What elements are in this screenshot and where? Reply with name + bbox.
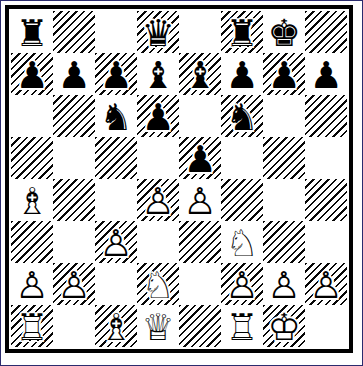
chess-diagram: ♜♜♛♛♜♜♚♚♟♟♟♟♟♟♝♝♝♝♟♟♟♟♟♟♞♞♟♟♞♞♟♟♝♗♟♙♟♙♟♙… <box>0 0 363 366</box>
square-c2[interactable] <box>95 263 137 305</box>
square-e8[interactable] <box>179 11 221 53</box>
square-g6[interactable] <box>263 95 305 137</box>
black-pawn-glyph: ♟ <box>305 53 347 95</box>
black-pawn: ♟♟ <box>53 53 95 95</box>
black-pawn: ♟♟ <box>263 53 305 95</box>
black-pawn-glyph: ♟ <box>11 53 53 95</box>
black-pawn-glyph: ♟ <box>221 53 263 95</box>
square-b8[interactable] <box>53 11 95 53</box>
white-pawn-glyph: ♙ <box>305 263 347 305</box>
square-a3[interactable] <box>11 221 53 263</box>
white-queen: ♛♕ <box>137 305 179 347</box>
square-e1[interactable] <box>179 305 221 347</box>
white-bishop-glyph: ♗ <box>95 305 137 347</box>
square-d5[interactable] <box>137 137 179 179</box>
black-pawn: ♟♟ <box>221 53 263 95</box>
black-knight: ♞♞ <box>221 95 263 137</box>
square-a4[interactable]: ♝♗ <box>11 179 53 221</box>
square-a8[interactable]: ♜♜ <box>11 11 53 53</box>
black-bishop-glyph: ♝ <box>179 53 221 95</box>
white-pawn: ♟♙ <box>137 179 179 221</box>
square-b5[interactable] <box>53 137 95 179</box>
white-pawn: ♟♙ <box>221 263 263 305</box>
black-knight-glyph: ♞ <box>221 95 263 137</box>
square-c8[interactable] <box>95 11 137 53</box>
square-g7[interactable]: ♟♟ <box>263 53 305 95</box>
square-f5[interactable] <box>221 137 263 179</box>
white-queen-glyph: ♕ <box>137 305 179 347</box>
square-f4[interactable] <box>221 179 263 221</box>
white-pawn-glyph: ♙ <box>137 179 179 221</box>
square-d4[interactable]: ♟♙ <box>137 179 179 221</box>
white-king-glyph: ♔ <box>263 305 305 347</box>
white-pawn-glyph: ♙ <box>11 263 53 305</box>
black-rook: ♜♜ <box>221 11 263 53</box>
square-f3[interactable]: ♞♘ <box>221 221 263 263</box>
square-c3[interactable]: ♟♙ <box>95 221 137 263</box>
square-b4[interactable] <box>53 179 95 221</box>
white-bishop-glyph: ♗ <box>11 179 53 221</box>
square-g1[interactable]: ♚♔ <box>263 305 305 347</box>
square-e7[interactable]: ♝♝ <box>179 53 221 95</box>
white-pawn-glyph: ♙ <box>179 179 221 221</box>
black-pawn-glyph: ♟ <box>179 137 221 179</box>
white-pawn-glyph: ♙ <box>95 221 137 263</box>
white-pawn: ♟♙ <box>95 221 137 263</box>
square-b3[interactable] <box>53 221 95 263</box>
square-h6[interactable] <box>305 95 347 137</box>
board-frame: ♜♜♛♛♜♜♚♚♟♟♟♟♟♟♝♝♝♝♟♟♟♟♟♟♞♞♟♟♞♞♟♟♝♗♟♙♟♙♟♙… <box>5 5 353 353</box>
white-knight: ♞♘ <box>137 263 179 305</box>
white-bishop: ♝♗ <box>11 179 53 221</box>
white-rook-glyph: ♖ <box>221 305 263 347</box>
black-pawn: ♟♟ <box>179 137 221 179</box>
square-e4[interactable]: ♟♙ <box>179 179 221 221</box>
square-c1[interactable]: ♝♗ <box>95 305 137 347</box>
square-e5[interactable]: ♟♟ <box>179 137 221 179</box>
square-d8[interactable]: ♛♛ <box>137 11 179 53</box>
square-h1[interactable] <box>305 305 347 347</box>
square-f2[interactable]: ♟♙ <box>221 263 263 305</box>
square-d2[interactable]: ♞♘ <box>137 263 179 305</box>
square-d6[interactable]: ♟♟ <box>137 95 179 137</box>
square-h5[interactable] <box>305 137 347 179</box>
black-knight: ♞♞ <box>95 95 137 137</box>
square-d3[interactable] <box>137 221 179 263</box>
black-king: ♚♚ <box>263 11 305 53</box>
white-bishop: ♝♗ <box>95 305 137 347</box>
white-pawn-glyph: ♙ <box>263 263 305 305</box>
square-d7[interactable]: ♝♝ <box>137 53 179 95</box>
square-h4[interactable] <box>305 179 347 221</box>
black-bishop-glyph: ♝ <box>137 53 179 95</box>
square-a2[interactable]: ♟♙ <box>11 263 53 305</box>
square-c5[interactable] <box>95 137 137 179</box>
square-g3[interactable] <box>263 221 305 263</box>
black-queen-glyph: ♛ <box>137 11 179 53</box>
white-rook: ♜♖ <box>221 305 263 347</box>
white-knight-glyph: ♘ <box>221 221 263 263</box>
square-g5[interactable] <box>263 137 305 179</box>
black-pawn-glyph: ♟ <box>137 95 179 137</box>
square-a7[interactable]: ♟♟ <box>11 53 53 95</box>
white-knight: ♞♘ <box>221 221 263 263</box>
black-rook-glyph: ♜ <box>221 11 263 53</box>
chess-board: ♜♜♛♛♜♜♚♚♟♟♟♟♟♟♝♝♝♝♟♟♟♟♟♟♞♞♟♟♞♞♟♟♝♗♟♙♟♙♟♙… <box>11 11 347 347</box>
black-rook-glyph: ♜ <box>11 11 53 53</box>
white-pawn: ♟♙ <box>53 263 95 305</box>
white-pawn: ♟♙ <box>263 263 305 305</box>
black-bishop: ♝♝ <box>137 53 179 95</box>
white-rook: ♜♖ <box>11 305 53 347</box>
black-pawn: ♟♟ <box>95 53 137 95</box>
square-g8[interactable]: ♚♚ <box>263 11 305 53</box>
black-pawn: ♟♟ <box>11 53 53 95</box>
square-e6[interactable] <box>179 95 221 137</box>
square-h2[interactable]: ♟♙ <box>305 263 347 305</box>
white-pawn-glyph: ♙ <box>53 263 95 305</box>
white-pawn: ♟♙ <box>179 179 221 221</box>
square-a5[interactable] <box>11 137 53 179</box>
black-pawn: ♟♟ <box>137 95 179 137</box>
square-b1[interactable] <box>53 305 95 347</box>
square-h3[interactable] <box>305 221 347 263</box>
black-queen: ♛♛ <box>137 11 179 53</box>
square-f6[interactable]: ♞♞ <box>221 95 263 137</box>
black-knight-glyph: ♞ <box>95 95 137 137</box>
white-rook-glyph: ♖ <box>11 305 53 347</box>
black-king-glyph: ♚ <box>263 11 305 53</box>
square-b2[interactable]: ♟♙ <box>53 263 95 305</box>
square-g2[interactable]: ♟♙ <box>263 263 305 305</box>
square-h8[interactable] <box>305 11 347 53</box>
black-pawn: ♟♟ <box>305 53 347 95</box>
square-a1[interactable]: ♜♖ <box>11 305 53 347</box>
square-b6[interactable] <box>53 95 95 137</box>
black-pawn-glyph: ♟ <box>95 53 137 95</box>
square-f8[interactable]: ♜♜ <box>221 11 263 53</box>
square-h7[interactable]: ♟♟ <box>305 53 347 95</box>
square-c4[interactable] <box>95 179 137 221</box>
white-pawn: ♟♙ <box>305 263 347 305</box>
white-pawn-glyph: ♙ <box>221 263 263 305</box>
square-c7[interactable]: ♟♟ <box>95 53 137 95</box>
white-king: ♚♔ <box>263 305 305 347</box>
square-c6[interactable]: ♞♞ <box>95 95 137 137</box>
square-f7[interactable]: ♟♟ <box>221 53 263 95</box>
square-g4[interactable] <box>263 179 305 221</box>
square-f1[interactable]: ♜♖ <box>221 305 263 347</box>
black-bishop: ♝♝ <box>179 53 221 95</box>
square-a6[interactable] <box>11 95 53 137</box>
white-pawn: ♟♙ <box>11 263 53 305</box>
square-e2[interactable] <box>179 263 221 305</box>
white-knight-glyph: ♘ <box>137 263 179 305</box>
black-rook: ♜♜ <box>11 11 53 53</box>
square-e3[interactable] <box>179 221 221 263</box>
black-pawn-glyph: ♟ <box>53 53 95 95</box>
square-d1[interactable]: ♛♕ <box>137 305 179 347</box>
black-pawn-glyph: ♟ <box>263 53 305 95</box>
square-b7[interactable]: ♟♟ <box>53 53 95 95</box>
